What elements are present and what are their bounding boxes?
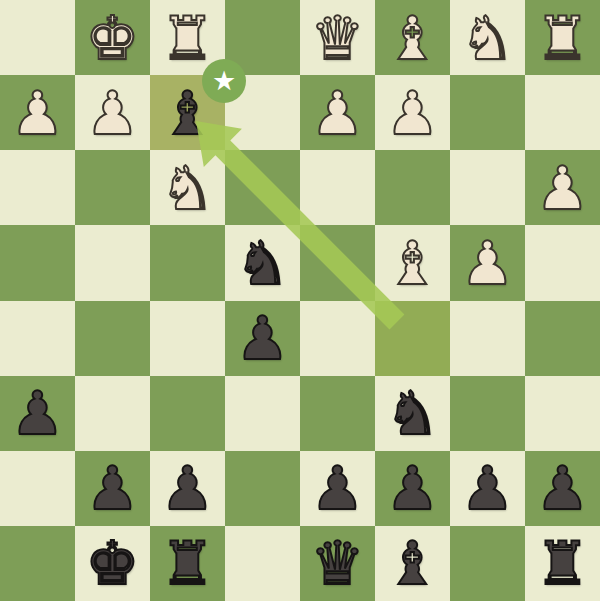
piece-white-pawn[interactable]: ♟: [11, 83, 65, 143]
square-g6[interactable]: [75, 376, 150, 451]
square-d1[interactable]: ♛: [300, 0, 375, 75]
square-h4[interactable]: [0, 225, 75, 300]
square-h8[interactable]: [0, 526, 75, 601]
square-h1[interactable]: [0, 0, 75, 75]
piece-black-queen[interactable]: ♛: [311, 533, 365, 593]
square-d4[interactable]: [300, 225, 375, 300]
square-c6[interactable]: ♞: [375, 376, 450, 451]
square-c3[interactable]: [375, 150, 450, 225]
piece-white-pawn[interactable]: ♟: [386, 83, 440, 143]
square-b3[interactable]: [450, 150, 525, 225]
piece-black-pawn[interactable]: ♟: [461, 458, 515, 518]
square-c2[interactable]: ♟: [375, 75, 450, 150]
square-c8[interactable]: ♝: [375, 526, 450, 601]
piece-black-pawn[interactable]: ♟: [386, 458, 440, 518]
square-a8[interactable]: ♜: [525, 526, 600, 601]
square-a2[interactable]: [525, 75, 600, 150]
square-g7[interactable]: ♟: [75, 451, 150, 526]
square-h5[interactable]: [0, 301, 75, 376]
piece-white-pawn[interactable]: ♟: [461, 233, 515, 293]
square-c7[interactable]: ♟: [375, 451, 450, 526]
square-d5[interactable]: [300, 301, 375, 376]
square-a4[interactable]: [525, 225, 600, 300]
piece-black-pawn[interactable]: ♟: [536, 458, 590, 518]
piece-white-king[interactable]: ♚: [86, 8, 140, 68]
square-a6[interactable]: [525, 376, 600, 451]
square-g1[interactable]: ♚: [75, 0, 150, 75]
piece-black-bishop[interactable]: ♝: [386, 533, 440, 593]
chess-board-stage: ♚♜♛♝♞♜♟♟♝♟♟♞♟♞♝♟♟♟♞♟♟♟♟♟♟♚♜♛♝♜ ★: [0, 0, 600, 601]
square-f4[interactable]: [150, 225, 225, 300]
piece-black-rook[interactable]: ♜: [161, 533, 215, 593]
square-d8[interactable]: ♛: [300, 526, 375, 601]
piece-black-knight[interactable]: ♞: [386, 383, 440, 443]
square-b6[interactable]: [450, 376, 525, 451]
piece-black-knight[interactable]: ♞: [236, 233, 290, 293]
piece-black-pawn[interactable]: ♟: [236, 308, 290, 368]
square-h2[interactable]: ♟: [0, 75, 75, 150]
piece-white-bishop[interactable]: ♝: [386, 8, 440, 68]
square-b5[interactable]: [450, 301, 525, 376]
piece-white-knight[interactable]: ♞: [161, 158, 215, 218]
piece-white-pawn[interactable]: ♟: [86, 83, 140, 143]
square-d3[interactable]: [300, 150, 375, 225]
square-b8[interactable]: [450, 526, 525, 601]
piece-white-knight[interactable]: ♞: [461, 8, 515, 68]
square-g3[interactable]: [75, 150, 150, 225]
square-a3[interactable]: ♟: [525, 150, 600, 225]
piece-white-rook[interactable]: ♜: [161, 8, 215, 68]
square-e5[interactable]: ♟: [225, 301, 300, 376]
square-b4[interactable]: ♟: [450, 225, 525, 300]
square-e6[interactable]: [225, 376, 300, 451]
square-g8[interactable]: ♚: [75, 526, 150, 601]
square-g4[interactable]: [75, 225, 150, 300]
square-c5[interactable]: [375, 301, 450, 376]
square-f6[interactable]: [150, 376, 225, 451]
piece-black-rook[interactable]: ♜: [536, 533, 590, 593]
star-icon: ★: [212, 67, 236, 94]
square-e8[interactable]: [225, 526, 300, 601]
square-b7[interactable]: ♟: [450, 451, 525, 526]
piece-black-king[interactable]: ♚: [86, 533, 140, 593]
piece-white-pawn[interactable]: ♟: [311, 83, 365, 143]
square-e7[interactable]: [225, 451, 300, 526]
square-b2[interactable]: [450, 75, 525, 150]
piece-black-pawn[interactable]: ♟: [161, 458, 215, 518]
square-e4[interactable]: ♞: [225, 225, 300, 300]
square-h3[interactable]: [0, 150, 75, 225]
piece-black-pawn[interactable]: ♟: [11, 383, 65, 443]
piece-white-bishop[interactable]: ♝: [386, 233, 440, 293]
piece-white-pawn[interactable]: ♟: [536, 158, 590, 218]
square-f3[interactable]: ♞: [150, 150, 225, 225]
square-d7[interactable]: ♟: [300, 451, 375, 526]
square-a1[interactable]: ♜: [525, 0, 600, 75]
piece-black-pawn[interactable]: ♟: [86, 458, 140, 518]
square-f8[interactable]: ♜: [150, 526, 225, 601]
chess-board: ♚♜♛♝♞♜♟♟♝♟♟♞♟♞♝♟♟♟♞♟♟♟♟♟♟♚♜♛♝♜: [0, 0, 600, 601]
piece-white-rook[interactable]: ♜: [536, 8, 590, 68]
best-move-star-badge: ★: [202, 59, 246, 103]
square-e3[interactable]: [225, 150, 300, 225]
square-f7[interactable]: ♟: [150, 451, 225, 526]
square-b1[interactable]: ♞: [450, 0, 525, 75]
square-d6[interactable]: [300, 376, 375, 451]
square-h7[interactable]: [0, 451, 75, 526]
square-d2[interactable]: ♟: [300, 75, 375, 150]
piece-white-queen[interactable]: ♛: [311, 8, 365, 68]
square-c1[interactable]: ♝: [375, 0, 450, 75]
square-a7[interactable]: ♟: [525, 451, 600, 526]
square-h6[interactable]: ♟: [0, 376, 75, 451]
square-c4[interactable]: ♝: [375, 225, 450, 300]
piece-black-pawn[interactable]: ♟: [311, 458, 365, 518]
square-g2[interactable]: ♟: [75, 75, 150, 150]
square-g5[interactable]: [75, 301, 150, 376]
square-a5[interactable]: [525, 301, 600, 376]
square-f5[interactable]: [150, 301, 225, 376]
